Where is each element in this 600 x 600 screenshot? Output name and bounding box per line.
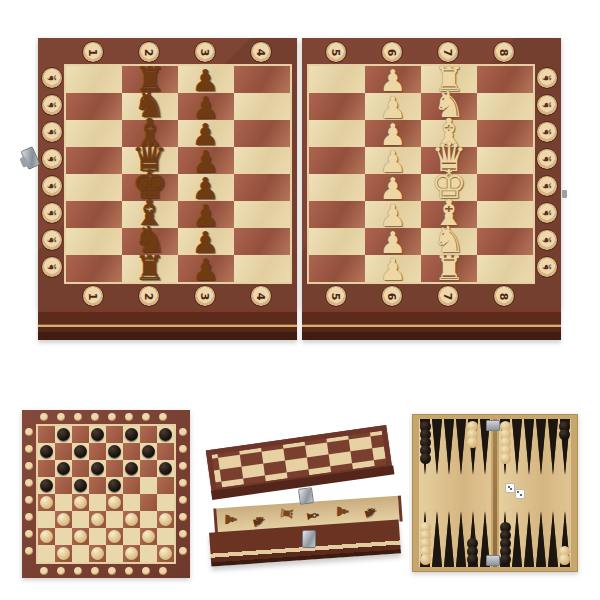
frame-dot <box>108 413 116 421</box>
board-cell <box>309 201 365 228</box>
checkers-cell <box>140 511 157 528</box>
chess-piece-knight: ♞ <box>134 222 166 258</box>
backgammon-point <box>536 419 546 475</box>
hinge-icon <box>486 555 500 566</box>
die-icon <box>515 489 525 499</box>
checker-black <box>142 445 155 458</box>
board-cell <box>477 147 533 174</box>
frame-dot <box>179 445 187 453</box>
checkers-cell <box>140 426 157 443</box>
checkers-cell <box>140 443 157 460</box>
board-cell: ♜ <box>122 66 178 93</box>
checkers-cell <box>106 477 123 494</box>
board-cell: ♟ <box>178 174 234 201</box>
board-cell <box>477 120 533 147</box>
frame-dot <box>179 530 187 538</box>
board-cell: ♟ <box>178 66 234 93</box>
checker-light <box>40 530 53 543</box>
checkers-cell <box>123 545 140 562</box>
checkers-cell <box>123 426 140 443</box>
board-cell <box>477 255 533 282</box>
checkers-cell <box>157 477 174 494</box>
chess-piece-rook: ♜ <box>135 251 165 285</box>
checkers-cell <box>123 443 140 460</box>
frame-dot <box>108 567 116 575</box>
checkers-cell <box>72 426 89 443</box>
checkers-cell <box>123 494 140 511</box>
board-cell <box>309 66 365 93</box>
border-coordinate-medallion: 7 <box>437 41 459 63</box>
frame-dot <box>91 567 99 575</box>
chess-piece-bishop: ♝ <box>134 114 166 150</box>
backgammon-point <box>432 511 442 567</box>
checker-light <box>159 513 172 526</box>
board-cell: ♚ <box>122 174 178 201</box>
checker-black <box>159 428 172 441</box>
frame-dot <box>25 513 33 521</box>
border-coordinate-medallion: 1 <box>82 285 104 307</box>
chess-piece-pawn: ♟ <box>193 93 220 123</box>
checkers-cell <box>140 528 157 545</box>
border-ornament-medallion: ☙ <box>536 175 558 197</box>
frame-dot <box>40 567 48 575</box>
checkers-cell <box>55 528 72 545</box>
product-photo-collage: ♜♟♞♟♝♟♛♟♚♟♝♟♞♟♜♟ 12341234☙☙☙☙☙☙☙☙ ♟♜♟♞♟♝… <box>0 0 600 600</box>
border-ornament-medallion: ☙ <box>536 94 558 116</box>
checkers-cell <box>123 511 140 528</box>
checkers-cell <box>72 511 89 528</box>
checkers-cell <box>106 511 123 528</box>
frame-dot <box>74 567 82 575</box>
checker-black <box>108 445 121 458</box>
board-cell: ♜ <box>421 255 477 282</box>
border-coordinate-medallion: 5 <box>325 41 347 63</box>
backgammon-point <box>536 511 546 567</box>
checker-black <box>74 445 87 458</box>
checker-stack <box>467 541 478 565</box>
chess-piece-pawn: ♟ <box>193 255 220 285</box>
checkers-cell <box>157 460 174 477</box>
chess-piece-pawn: ♟ <box>380 255 407 285</box>
checker-light <box>91 547 104 560</box>
checker-light <box>108 530 121 543</box>
checkers-cell <box>38 460 55 477</box>
board-cell: ♝ <box>421 120 477 147</box>
border-ornament-medallion: ☙ <box>41 229 63 251</box>
border-coordinate-medallion: 2 <box>138 285 160 307</box>
board-cell <box>477 201 533 228</box>
checker-stack <box>420 421 431 461</box>
board-cell: ♝ <box>122 120 178 147</box>
backgammon-point <box>524 511 534 567</box>
frame-dot <box>25 547 33 555</box>
checker-black <box>57 462 70 475</box>
checker-light <box>57 547 70 560</box>
backgammon-point <box>512 511 522 567</box>
checkers-cell <box>106 494 123 511</box>
board-cell <box>477 174 533 201</box>
checkers-cell <box>89 545 106 562</box>
border-coordinate-medallion: 3 <box>194 41 216 63</box>
stored-piece-rook: ♜ <box>277 506 294 522</box>
board-cell: ♟ <box>365 255 421 282</box>
checkers-cell <box>89 477 106 494</box>
board-cell: ♟ <box>365 228 421 255</box>
checkers-cell <box>106 545 123 562</box>
checkers-cell <box>55 426 72 443</box>
checker-stack <box>500 421 511 461</box>
checkers-cell <box>106 460 123 477</box>
frame-dot <box>179 462 187 470</box>
chess-piece-pawn: ♟ <box>193 174 220 204</box>
board-cell <box>234 93 290 120</box>
frame-dot <box>159 413 167 421</box>
border-coordinate-medallion: 3 <box>194 285 216 307</box>
border-ornament-medallion: ☙ <box>41 121 63 143</box>
checkers-cell <box>72 528 89 545</box>
chess-piece-bishop: ♝ <box>433 195 465 231</box>
board-cell <box>234 147 290 174</box>
board-cell: ♛ <box>421 147 477 174</box>
chess-piece-bishop: ♝ <box>433 114 465 150</box>
die-icon <box>505 483 515 493</box>
stored-piece-pawn: ♟ <box>334 504 350 519</box>
chess-piece-knight: ♞ <box>134 87 166 123</box>
half-right: ♟♜♟♞♟♝♟♛♟♚♟♝♟♞♟♜ 56785678☙☙☙☙☙☙☙☙ <box>302 38 561 310</box>
chess-piece-pawn: ♟ <box>380 174 407 204</box>
backgammon-checker-black <box>559 429 570 440</box>
border-coordinate-medallion: 2 <box>138 41 160 63</box>
stored-piece-bishop: ♝ <box>303 507 321 524</box>
checkers-cell <box>157 528 174 545</box>
board-cell: ♟ <box>365 66 421 93</box>
board-cell: ♞ <box>421 93 477 120</box>
board-cell <box>309 93 365 120</box>
board-cell: ♛ <box>122 147 178 174</box>
checker-stack <box>559 549 570 565</box>
border-coordinate-medallion: 5 <box>325 285 347 307</box>
border-ornament-medallion: ☙ <box>41 256 63 278</box>
border-ornament-medallion: ☙ <box>536 121 558 143</box>
checkers-cell <box>72 477 89 494</box>
checker-light <box>142 530 155 543</box>
frame-dot <box>179 479 187 487</box>
backgammon-right-half <box>499 419 571 567</box>
frame-dot <box>25 496 33 504</box>
border-ornament-medallion: ☙ <box>536 202 558 224</box>
chess-piece-knight: ♞ <box>433 222 465 258</box>
board-cell: ♞ <box>122 93 178 120</box>
checkers-cell <box>55 443 72 460</box>
chess-piece-pawn: ♟ <box>380 120 407 150</box>
board-cell <box>234 174 290 201</box>
frame-dot <box>142 413 150 421</box>
backgammon-point <box>456 511 466 567</box>
border-ornament-medallion: ☙ <box>536 67 558 89</box>
chess-piece-knight: ♞ <box>433 87 465 123</box>
backgammon-point <box>444 511 454 567</box>
board-cell <box>66 93 122 120</box>
border-ornament-medallion: ☙ <box>41 175 63 197</box>
checkers-cell <box>89 443 106 460</box>
board-cell <box>309 120 365 147</box>
chess-piece-pawn: ♟ <box>193 228 220 258</box>
board-cell: ♞ <box>421 228 477 255</box>
checkers-cell <box>89 460 106 477</box>
frame-dot <box>74 413 82 421</box>
stored-piece-pawn: ♟ <box>222 512 238 527</box>
checkers-cell <box>123 477 140 494</box>
checkers-cell <box>123 460 140 477</box>
folded-box-thumbnail: ♟♞♜♝♟♞ <box>206 444 406 566</box>
backgammon-checker-black <box>467 554 478 565</box>
board-cell <box>309 174 365 201</box>
border-ornament-medallion: ☙ <box>41 94 63 116</box>
board-cell: ♟ <box>178 255 234 282</box>
board-cell <box>477 66 533 93</box>
board-cell: ♟ <box>365 120 421 147</box>
checker-black <box>159 462 172 475</box>
checker-black <box>125 428 138 441</box>
board-cell <box>66 66 122 93</box>
backgammon-left-half <box>419 419 491 567</box>
checker-light <box>74 496 87 509</box>
chess-piece-pawn: ♟ <box>380 66 407 96</box>
checkers-cell <box>140 477 157 494</box>
board-cell <box>66 174 122 201</box>
chess-piece-pawn: ♟ <box>380 93 407 123</box>
checkers-cell <box>140 545 157 562</box>
checker-light <box>40 496 53 509</box>
backgammon-point <box>548 511 558 567</box>
backgammon-checker-black <box>500 554 511 565</box>
checker-black <box>40 479 53 492</box>
checkers-cell <box>38 494 55 511</box>
checker-light <box>159 547 172 560</box>
frame-dot <box>125 413 133 421</box>
backgammon-checker-white <box>500 453 511 464</box>
checker-stack <box>559 421 570 437</box>
board-cell <box>309 147 365 174</box>
checker-light <box>108 496 121 509</box>
frame-dot <box>25 462 33 470</box>
checkers-cell <box>38 443 55 460</box>
backgammon-point <box>548 419 558 475</box>
clasp-icon <box>298 487 314 505</box>
hinge-pin-icon <box>562 190 567 198</box>
chess-piece-pawn: ♟ <box>193 201 220 231</box>
board-cell: ♟ <box>178 228 234 255</box>
board-seam <box>493 419 497 567</box>
checker-light <box>125 513 138 526</box>
chess-board: ♜♟♞♟♝♟♛♟♚♟♝♟♞♟♜♟ 12341234☙☙☙☙☙☙☙☙ ♟♜♟♞♟♝… <box>38 38 561 310</box>
checker-light <box>74 530 87 543</box>
checkers-cell <box>55 545 72 562</box>
frame-dot <box>25 428 33 436</box>
board-cell: ♟ <box>178 201 234 228</box>
border-coordinate-medallion: 4 <box>250 41 272 63</box>
chess-piece-rook: ♜ <box>135 62 165 96</box>
backgammon-thumbnail <box>412 414 578 572</box>
border-ornament-medallion: ☙ <box>41 202 63 224</box>
checker-stack <box>500 525 511 565</box>
checkers-cell <box>55 511 72 528</box>
checkers-cell <box>72 494 89 511</box>
board-cell: ♟ <box>365 201 421 228</box>
board-cell: ♝ <box>122 201 178 228</box>
half-left: ♜♟♞♟♝♟♛♟♚♟♝♟♞♟♜♟ 12341234☙☙☙☙☙☙☙☙ <box>38 38 297 310</box>
chess-piece-pawn: ♟ <box>193 66 220 96</box>
backgammon-point <box>512 419 522 475</box>
frame-dot <box>40 413 48 421</box>
box-side-right <box>302 310 561 340</box>
checkers-cell <box>123 528 140 545</box>
frame-dot <box>142 567 150 575</box>
checker-black <box>125 462 138 475</box>
board-cell: ♝ <box>421 201 477 228</box>
checkers-cell <box>38 528 55 545</box>
checkers-thumbnail <box>22 410 190 578</box>
chess-piece-pawn: ♟ <box>380 228 407 258</box>
checker-black <box>108 479 121 492</box>
border-coordinate-medallion: 8 <box>493 41 515 63</box>
backgammon-point <box>524 419 534 475</box>
box-side-left <box>38 310 297 340</box>
board-cell: ♟ <box>365 174 421 201</box>
board-cell: ♚ <box>421 174 477 201</box>
checkers-cell <box>140 460 157 477</box>
chess-piece-rook: ♜ <box>434 251 464 285</box>
checker-black <box>40 445 53 458</box>
checker-black <box>74 479 87 492</box>
border-coordinate-medallion: 6 <box>381 285 403 307</box>
backgammon-point <box>444 419 454 475</box>
chess-piece-pawn: ♟ <box>380 147 407 177</box>
hinge-icon <box>486 420 500 431</box>
checkers-cell <box>89 528 106 545</box>
board-cell <box>477 228 533 255</box>
frame-dot <box>159 567 167 575</box>
backgammon-checker-white <box>559 554 570 565</box>
board-cell <box>234 255 290 282</box>
chess-piece-pawn: ♟ <box>193 147 220 177</box>
board-cell <box>234 228 290 255</box>
backgammon-checker-white <box>467 437 478 448</box>
backgammon-point <box>456 419 466 475</box>
checker-stack <box>467 421 478 445</box>
checker-black <box>91 462 104 475</box>
border-coordinate-medallion: 7 <box>437 285 459 307</box>
checkers-cell <box>55 477 72 494</box>
checker-light <box>57 513 70 526</box>
backgammon-checker-black <box>420 453 431 464</box>
border-ornament-medallion: ☙ <box>41 67 63 89</box>
border-ornament-medallion: ☙ <box>536 229 558 251</box>
frame-dot <box>57 413 65 421</box>
checkers-cell <box>72 460 89 477</box>
checkers-cell <box>157 494 174 511</box>
board-cell: ♟ <box>178 120 234 147</box>
frame-dot <box>25 445 33 453</box>
frame-dot <box>57 567 65 575</box>
border-coordinate-medallion: 4 <box>250 285 272 307</box>
checkers-cell <box>55 494 72 511</box>
chess-piece-pawn: ♟ <box>193 120 220 150</box>
checker-black <box>91 428 104 441</box>
checkers-cell <box>89 511 106 528</box>
checkers-cell <box>72 443 89 460</box>
checker-light <box>91 513 104 526</box>
chess-piece-rook: ♜ <box>434 62 464 96</box>
checkers-cell <box>38 426 55 443</box>
board-cell <box>66 120 122 147</box>
border-ornament-medallion: ☙ <box>536 148 558 170</box>
checkers-cell <box>106 443 123 460</box>
frame-dot <box>179 428 187 436</box>
checker-black <box>57 428 70 441</box>
border-coordinate-medallion: 6 <box>381 41 403 63</box>
board-squares-left: ♜♟♞♟♝♟♛♟♚♟♝♟♞♟♜♟ <box>64 64 292 284</box>
border-coordinate-medallion: 8 <box>493 285 515 307</box>
checkers-cell <box>38 511 55 528</box>
backgammon-point <box>432 419 442 475</box>
board-cell <box>66 228 122 255</box>
checkers-cell <box>38 477 55 494</box>
checker-light <box>125 547 138 560</box>
checkers-cell <box>106 426 123 443</box>
frame-dot <box>179 513 187 521</box>
checkers-cell <box>157 426 174 443</box>
board-cell <box>234 66 290 93</box>
checkers-cell <box>157 443 174 460</box>
board-cell <box>234 201 290 228</box>
checkers-cell <box>89 426 106 443</box>
stored-piece-knight: ♞ <box>360 504 379 522</box>
frame-dot <box>125 567 133 575</box>
frame-dot <box>91 413 99 421</box>
checkers-cell <box>157 511 174 528</box>
board-cell: ♜ <box>122 255 178 282</box>
frame-dot <box>179 496 187 504</box>
board-cell: ♟ <box>365 147 421 174</box>
board-squares-right: ♟♜♟♞♟♝♟♛♟♚♟♝♟♞♟♜ <box>307 64 535 284</box>
checkers-squares <box>36 424 176 564</box>
checkers-cell <box>55 460 72 477</box>
frame-dot <box>25 479 33 487</box>
frame-dot <box>25 530 33 538</box>
checker-stack <box>420 525 431 565</box>
checkers-cell <box>38 545 55 562</box>
border-ornament-medallion: ☙ <box>41 148 63 170</box>
board-cell: ♟ <box>178 93 234 120</box>
chess-piece-bishop: ♝ <box>134 195 166 231</box>
board-cell <box>234 120 290 147</box>
board-cell: ♜ <box>421 66 477 93</box>
board-cell: ♞ <box>122 228 178 255</box>
checkers-cell <box>157 545 174 562</box>
checkers-cell <box>106 528 123 545</box>
backgammon-checker-white <box>420 554 431 565</box>
board-cell <box>66 255 122 282</box>
checkers-cell <box>72 545 89 562</box>
frame-dot <box>179 547 187 555</box>
border-ornament-medallion: ☙ <box>536 256 558 278</box>
chess-piece-pawn: ♟ <box>380 201 407 231</box>
checkers-cell <box>140 494 157 511</box>
clasp-icon <box>302 530 316 548</box>
board-cell <box>66 201 122 228</box>
board-cell <box>66 147 122 174</box>
